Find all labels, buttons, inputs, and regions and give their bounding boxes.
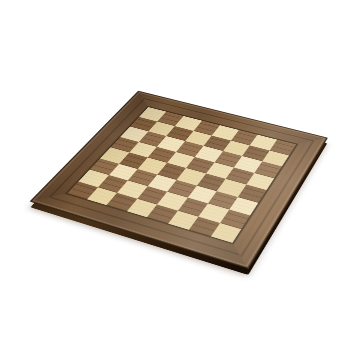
board-top-face <box>30 91 328 269</box>
chessboard-photo <box>74 56 298 280</box>
photo-background <box>0 0 350 350</box>
